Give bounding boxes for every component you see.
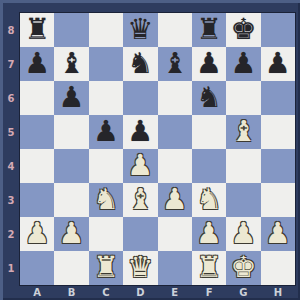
square-d8[interactable]: ♛ [123, 13, 157, 47]
square-b3[interactable] [54, 183, 88, 217]
square-a5[interactable] [20, 115, 54, 149]
square-f1[interactable]: ♜ [192, 251, 226, 285]
square-a6[interactable] [20, 81, 54, 115]
rank-label-5: 5 [2, 115, 20, 149]
piece-black-pawn[interactable]: ♟ [59, 83, 85, 112]
rank-label-4: 4 [2, 149, 20, 183]
piece-black-knight[interactable]: ♞ [127, 49, 153, 78]
piece-black-pawn[interactable]: ♟ [127, 117, 153, 146]
square-b7[interactable]: ♝ [54, 47, 88, 81]
piece-white-pawn[interactable]: ♟ [230, 219, 256, 248]
rank-labels: 87654321 [2, 13, 20, 285]
square-f3[interactable]: ♞ [192, 183, 226, 217]
square-f2[interactable]: ♟ [192, 217, 226, 251]
square-h5[interactable] [261, 115, 295, 149]
square-e7[interactable]: ♝ [158, 47, 192, 81]
piece-black-rook[interactable]: ♜ [24, 15, 50, 44]
square-b6[interactable]: ♟ [54, 81, 88, 115]
square-g1[interactable]: ♚ [226, 251, 260, 285]
piece-black-rook[interactable]: ♜ [196, 15, 222, 44]
square-h8[interactable] [261, 13, 295, 47]
square-g6[interactable] [226, 81, 260, 115]
square-h2[interactable]: ♟ [261, 217, 295, 251]
square-a2[interactable]: ♟ [20, 217, 54, 251]
rank-label-1: 1 [2, 251, 20, 285]
square-h4[interactable] [261, 149, 295, 183]
square-f7[interactable]: ♟ [192, 47, 226, 81]
square-e3[interactable]: ♟ [158, 183, 192, 217]
square-d7[interactable]: ♞ [123, 47, 157, 81]
square-c1[interactable]: ♜ [89, 251, 123, 285]
piece-black-queen[interactable]: ♛ [127, 15, 153, 44]
square-b8[interactable] [54, 13, 88, 47]
square-b4[interactable] [54, 149, 88, 183]
square-e5[interactable] [158, 115, 192, 149]
square-d3[interactable]: ♝ [123, 183, 157, 217]
piece-white-pawn[interactable]: ♟ [127, 151, 153, 180]
rank-label-3: 3 [2, 183, 20, 217]
square-f4[interactable] [192, 149, 226, 183]
square-c2[interactable] [89, 217, 123, 251]
square-h1[interactable] [261, 251, 295, 285]
square-d1[interactable]: ♛ [123, 251, 157, 285]
square-c4[interactable] [89, 149, 123, 183]
file-label-g: G [226, 285, 260, 299]
piece-black-pawn[interactable]: ♟ [196, 49, 222, 78]
square-b5[interactable] [54, 115, 88, 149]
square-g7[interactable]: ♟ [226, 47, 260, 81]
square-g5[interactable]: ♝ [226, 115, 260, 149]
piece-black-knight[interactable]: ♞ [196, 83, 222, 112]
chess-board[interactable]: ♜♛♜♚♟♝♞♝♟♟♟♟♞♟♟♝♟♞♝♟♞♟♟♟♟♟♜♛♜♚ [20, 13, 295, 285]
piece-white-knight[interactable]: ♞ [93, 185, 119, 214]
square-a7[interactable]: ♟ [20, 47, 54, 81]
square-a8[interactable]: ♜ [20, 13, 54, 47]
piece-white-king[interactable]: ♚ [230, 253, 256, 282]
square-h7[interactable]: ♟ [261, 47, 295, 81]
piece-white-pawn[interactable]: ♟ [24, 219, 50, 248]
square-e1[interactable] [158, 251, 192, 285]
square-c5[interactable]: ♟ [89, 115, 123, 149]
piece-white-knight[interactable]: ♞ [196, 185, 222, 214]
piece-white-bishop[interactable]: ♝ [127, 185, 153, 214]
square-f6[interactable]: ♞ [192, 81, 226, 115]
square-f5[interactable] [192, 115, 226, 149]
piece-black-bishop[interactable]: ♝ [162, 49, 188, 78]
piece-white-rook[interactable]: ♜ [93, 253, 119, 282]
piece-black-pawn[interactable]: ♟ [93, 117, 119, 146]
square-b2[interactable]: ♟ [54, 217, 88, 251]
rank-label-7: 7 [2, 47, 20, 81]
square-a1[interactable] [20, 251, 54, 285]
rank-label-8: 8 [2, 13, 20, 47]
square-e4[interactable] [158, 149, 192, 183]
square-e8[interactable] [158, 13, 192, 47]
square-c8[interactable] [89, 13, 123, 47]
square-c3[interactable]: ♞ [89, 183, 123, 217]
square-h6[interactable] [261, 81, 295, 115]
square-e6[interactable] [158, 81, 192, 115]
chess-diagram: 87654321 ♜♛♜♚♟♝♞♝♟♟♟♟♞♟♟♝♟♞♝♟♞♟♟♟♟♟♜♛♜♚ … [0, 0, 300, 300]
file-labels: ABCDEFGH [20, 285, 295, 299]
square-a4[interactable] [20, 149, 54, 183]
square-d6[interactable] [123, 81, 157, 115]
rank-label-2: 2 [2, 217, 20, 251]
file-label-a: A [20, 285, 54, 299]
square-e2[interactable] [158, 217, 192, 251]
square-d2[interactable] [123, 217, 157, 251]
square-d5[interactable]: ♟ [123, 115, 157, 149]
piece-black-bishop[interactable]: ♝ [59, 49, 85, 78]
square-c7[interactable] [89, 47, 123, 81]
square-g8[interactable]: ♚ [226, 13, 260, 47]
square-g2[interactable]: ♟ [226, 217, 260, 251]
piece-white-queen[interactable]: ♛ [127, 253, 153, 282]
piece-white-rook[interactable]: ♜ [196, 253, 222, 282]
piece-black-king[interactable]: ♚ [230, 15, 256, 44]
file-label-e: E [158, 285, 192, 299]
piece-white-bishop[interactable]: ♝ [230, 117, 256, 146]
piece-black-pawn[interactable]: ♟ [230, 49, 256, 78]
file-label-f: F [192, 285, 226, 299]
square-b1[interactable] [54, 251, 88, 285]
file-label-c: C [89, 285, 123, 299]
square-f8[interactable]: ♜ [192, 13, 226, 47]
file-label-h: H [261, 285, 295, 299]
piece-black-pawn[interactable]: ♟ [265, 49, 291, 78]
piece-white-pawn[interactable]: ♟ [196, 219, 222, 248]
file-label-d: D [123, 285, 157, 299]
square-h3[interactable] [261, 183, 295, 217]
rank-label-6: 6 [2, 81, 20, 115]
square-c6[interactable] [89, 81, 123, 115]
square-a3[interactable] [20, 183, 54, 217]
square-d4[interactable]: ♟ [123, 149, 157, 183]
piece-white-pawn[interactable]: ♟ [265, 219, 291, 248]
file-label-b: B [54, 285, 88, 299]
square-g3[interactable] [226, 183, 260, 217]
piece-white-pawn[interactable]: ♟ [162, 185, 188, 214]
square-g4[interactable] [226, 149, 260, 183]
piece-white-pawn[interactable]: ♟ [59, 219, 85, 248]
piece-black-pawn[interactable]: ♟ [24, 49, 50, 78]
